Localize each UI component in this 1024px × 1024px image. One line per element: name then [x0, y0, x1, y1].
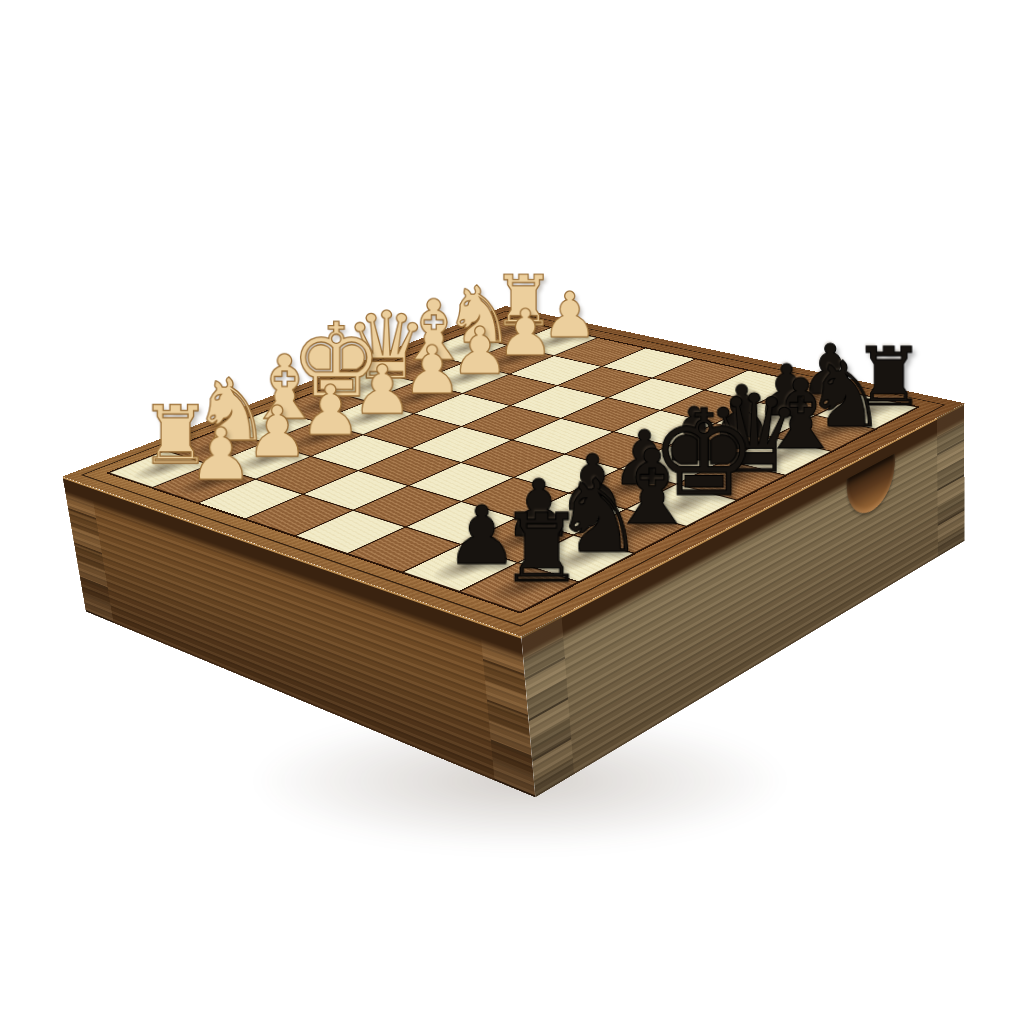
piece-white-pawn[interactable]: ♟	[188, 421, 253, 489]
piece-white-pawn[interactable]: ♟	[300, 378, 362, 444]
square-g4[interactable]	[304, 471, 406, 509]
finger-notch[interactable]	[846, 454, 895, 525]
finger-joints-right-far-corner	[937, 403, 964, 557]
finger-joints-left-far-corner	[62, 477, 113, 623]
piece-black-rook[interactable]: ♜	[499, 504, 584, 594]
chess-box: ♜♞♝♚♛♝♞♜♟♟♟♟♟♟♟♟♟♟♟♟♟♟♟♟♜♞♝♚♛♝♞♜	[62, 306, 964, 636]
scene: ♜♞♝♚♛♝♞♜♟♟♟♟♟♟♟♟♟♟♟♟♟♟♟♟♜♞♝♚♛♝♞♜	[0, 0, 1024, 1024]
piece-white-pawn[interactable]: ♟	[245, 399, 308, 466]
